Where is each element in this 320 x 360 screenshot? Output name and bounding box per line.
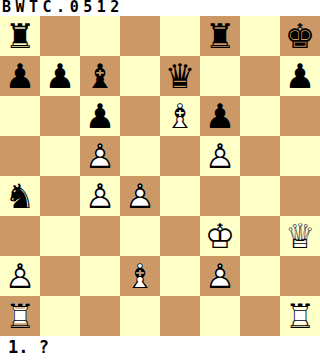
white-piece-outline: ♙ — [200, 136, 240, 176]
square-g1[interactable] — [240, 296, 280, 336]
white-piece-outline: ♗ — [160, 96, 200, 136]
square-e3[interactable] — [160, 216, 200, 256]
square-f2[interactable]: ♟♙ — [200, 256, 240, 296]
white-piece-outline: ♙ — [0, 256, 40, 296]
black-pawn[interactable]: ♟ — [0, 56, 40, 96]
black-knight[interactable]: ♞ — [0, 176, 40, 216]
white-pawn[interactable]: ♟♙ — [200, 136, 240, 176]
white-pawn[interactable]: ♟♙ — [80, 176, 120, 216]
square-c3[interactable] — [80, 216, 120, 256]
square-g8[interactable] — [240, 16, 280, 56]
square-b8[interactable] — [40, 16, 80, 56]
square-a2[interactable]: ♟♙ — [0, 256, 40, 296]
black-pawn[interactable]: ♟ — [200, 96, 240, 136]
square-f6[interactable]: ♟ — [200, 96, 240, 136]
square-f8[interactable]: ♜ — [200, 16, 240, 56]
white-piece-outline: ♙ — [120, 176, 160, 216]
square-b3[interactable] — [40, 216, 80, 256]
square-e4[interactable] — [160, 176, 200, 216]
square-g6[interactable] — [240, 96, 280, 136]
square-c1[interactable] — [80, 296, 120, 336]
square-h6[interactable] — [280, 96, 320, 136]
square-e8[interactable] — [160, 16, 200, 56]
square-h3[interactable]: ♛♕ — [280, 216, 320, 256]
black-pawn[interactable]: ♟ — [80, 96, 120, 136]
chess-board: ♜♜♚♟♟♝♛♟♟♝♗♟♟♙♟♙♞♟♙♟♙♚♔♛♕♟♙♝♗♟♙♜♖♜♖ — [0, 16, 320, 336]
black-rook[interactable]: ♜ — [0, 16, 40, 56]
square-c8[interactable] — [80, 16, 120, 56]
square-g3[interactable] — [240, 216, 280, 256]
square-h7[interactable]: ♟ — [280, 56, 320, 96]
white-bishop[interactable]: ♝♗ — [160, 96, 200, 136]
square-d8[interactable] — [120, 16, 160, 56]
white-pawn[interactable]: ♟♙ — [0, 256, 40, 296]
black-queen[interactable]: ♛ — [160, 56, 200, 96]
square-a4[interactable]: ♞ — [0, 176, 40, 216]
square-g4[interactable] — [240, 176, 280, 216]
square-f7[interactable] — [200, 56, 240, 96]
white-pawn[interactable]: ♟♙ — [80, 136, 120, 176]
white-piece-outline: ♗ — [120, 256, 160, 296]
square-a6[interactable] — [0, 96, 40, 136]
white-pawn[interactable]: ♟♙ — [120, 176, 160, 216]
square-b4[interactable] — [40, 176, 80, 216]
white-piece-outline: ♖ — [280, 296, 320, 336]
square-d5[interactable] — [120, 136, 160, 176]
square-d1[interactable] — [120, 296, 160, 336]
square-a8[interactable]: ♜ — [0, 16, 40, 56]
white-queen[interactable]: ♛♕ — [280, 216, 320, 256]
black-king[interactable]: ♚ — [280, 16, 320, 56]
square-f4[interactable] — [200, 176, 240, 216]
square-d3[interactable] — [120, 216, 160, 256]
black-rook[interactable]: ♜ — [200, 16, 240, 56]
square-a7[interactable]: ♟ — [0, 56, 40, 96]
square-e7[interactable]: ♛ — [160, 56, 200, 96]
square-f5[interactable]: ♟♙ — [200, 136, 240, 176]
square-h8[interactable]: ♚ — [280, 16, 320, 56]
square-a1[interactable]: ♜♖ — [0, 296, 40, 336]
square-h5[interactable] — [280, 136, 320, 176]
white-piece-outline: ♔ — [200, 216, 240, 256]
move-prompt: 1. ? — [0, 336, 320, 360]
puzzle-title: BWTC.0512 — [0, 0, 320, 16]
square-d2[interactable]: ♝♗ — [120, 256, 160, 296]
square-c7[interactable]: ♝ — [80, 56, 120, 96]
white-bishop[interactable]: ♝♗ — [120, 256, 160, 296]
square-b2[interactable] — [40, 256, 80, 296]
black-pawn[interactable]: ♟ — [40, 56, 80, 96]
square-f3[interactable]: ♚♔ — [200, 216, 240, 256]
square-h1[interactable]: ♜♖ — [280, 296, 320, 336]
white-piece-outline: ♙ — [80, 136, 120, 176]
square-d7[interactable] — [120, 56, 160, 96]
white-piece-outline: ♖ — [0, 296, 40, 336]
square-b6[interactable] — [40, 96, 80, 136]
square-c5[interactable]: ♟♙ — [80, 136, 120, 176]
square-b1[interactable] — [40, 296, 80, 336]
square-g5[interactable] — [240, 136, 280, 176]
square-e1[interactable] — [160, 296, 200, 336]
white-rook[interactable]: ♜♖ — [0, 296, 40, 336]
square-h4[interactable] — [280, 176, 320, 216]
square-e6[interactable]: ♝♗ — [160, 96, 200, 136]
white-piece-outline: ♕ — [280, 216, 320, 256]
square-g2[interactable] — [240, 256, 280, 296]
square-e2[interactable] — [160, 256, 200, 296]
chess-puzzle-window: BWTC.0512 ♜♜♚♟♟♝♛♟♟♝♗♟♟♙♟♙♞♟♙♟♙♚♔♛♕♟♙♝♗♟… — [0, 0, 320, 360]
square-c6[interactable]: ♟ — [80, 96, 120, 136]
square-d4[interactable]: ♟♙ — [120, 176, 160, 216]
square-b7[interactable]: ♟ — [40, 56, 80, 96]
black-bishop[interactable]: ♝ — [80, 56, 120, 96]
square-e5[interactable] — [160, 136, 200, 176]
white-piece-outline: ♙ — [200, 256, 240, 296]
square-a3[interactable] — [0, 216, 40, 256]
square-c2[interactable] — [80, 256, 120, 296]
square-c4[interactable]: ♟♙ — [80, 176, 120, 216]
square-b5[interactable] — [40, 136, 80, 176]
white-rook[interactable]: ♜♖ — [280, 296, 320, 336]
white-king[interactable]: ♚♔ — [200, 216, 240, 256]
square-h2[interactable] — [280, 256, 320, 296]
white-pawn[interactable]: ♟♙ — [200, 256, 240, 296]
square-f1[interactable] — [200, 296, 240, 336]
square-a5[interactable] — [0, 136, 40, 176]
black-pawn[interactable]: ♟ — [280, 56, 320, 96]
square-g7[interactable] — [240, 56, 280, 96]
white-piece-outline: ♙ — [80, 176, 120, 216]
square-d6[interactable] — [120, 96, 160, 136]
